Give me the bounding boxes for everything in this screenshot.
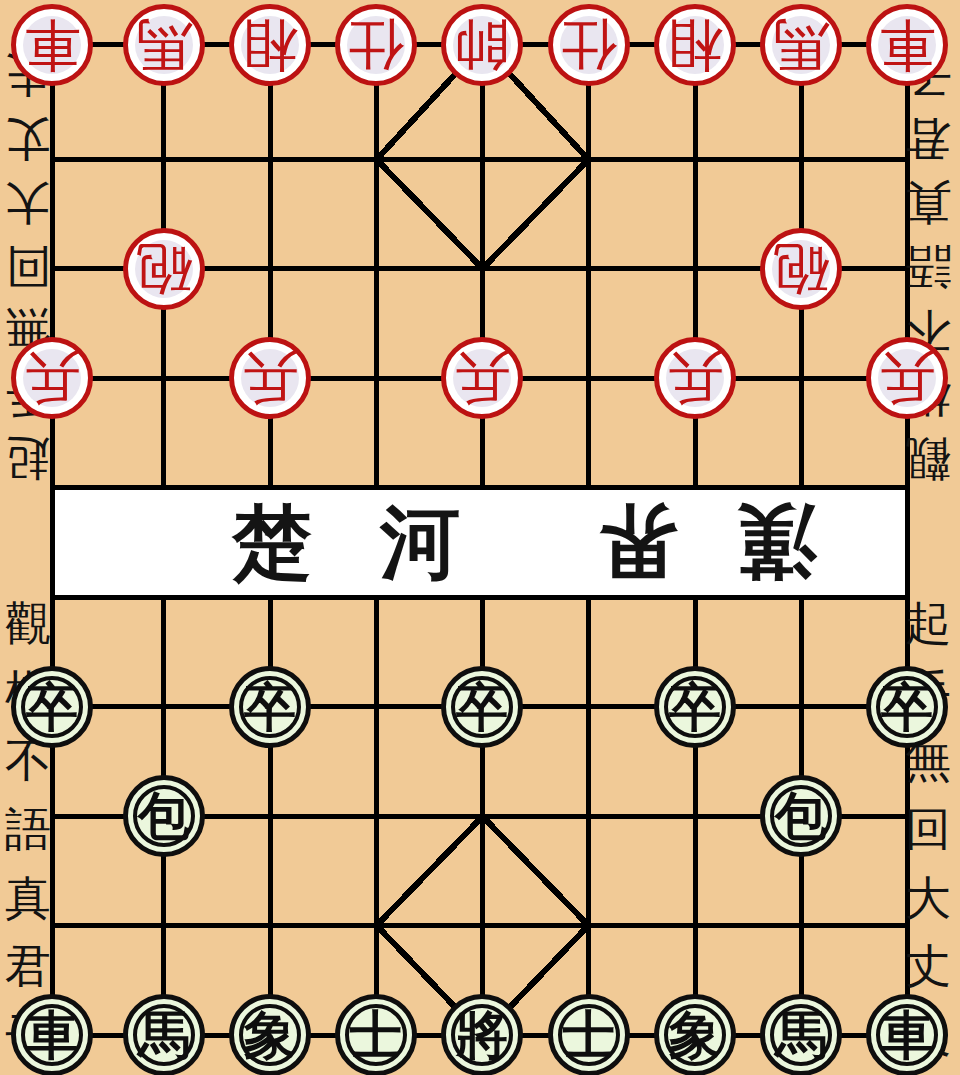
piece-glyph: 卒	[244, 681, 296, 733]
piece-glyph: 帥	[454, 17, 510, 73]
board-cell[interactable]	[268, 814, 374, 924]
piece-glyph: 仕	[348, 17, 404, 73]
board-cell[interactable]	[586, 814, 692, 924]
board-cell[interactable]	[480, 157, 586, 267]
piece-black-soldier[interactable]: 卒	[11, 666, 93, 748]
proverb-character: 真	[905, 180, 951, 226]
piece-glyph: 仕	[561, 17, 617, 73]
board-cell[interactable]	[374, 814, 480, 924]
piece-glyph: 車	[879, 17, 935, 73]
board-cell[interactable]	[268, 485, 374, 595]
board-cell[interactable]	[586, 157, 692, 267]
piece-glyph: 卒	[456, 681, 508, 733]
piece-glyph: 象	[244, 1009, 296, 1061]
piece-red-advisor[interactable]: 仕	[548, 4, 630, 86]
proverb-character: 語	[905, 244, 951, 290]
piece-glyph: 包	[775, 790, 827, 842]
board-cell[interactable]	[480, 814, 586, 924]
proverb-character: 觀	[5, 600, 51, 646]
piece-black-soldier[interactable]: 卒	[654, 666, 736, 748]
piece-red-soldier[interactable]: 兵	[229, 337, 311, 419]
piece-black-horse[interactable]: 馬	[123, 994, 205, 1075]
piece-black-chariot[interactable]: 車	[866, 994, 948, 1075]
piece-red-soldier[interactable]: 兵	[866, 337, 948, 419]
piece-red-general[interactable]: 帥	[441, 4, 523, 86]
piece-black-soldier[interactable]: 卒	[866, 666, 948, 748]
piece-red-cannon[interactable]: 砲	[123, 228, 205, 310]
proverb-character: 語	[5, 806, 51, 852]
board-cell[interactable]	[161, 485, 267, 595]
board-cell[interactable]	[586, 485, 692, 595]
piece-red-horse[interactable]: 馬	[760, 4, 842, 86]
xiangqi-board: 楚河漢界 起手無回大丈夫 觀棋不語真君子 觀棋不語真君子 起手無回大丈夫 車馬相…	[0, 0, 960, 1075]
piece-glyph: 砲	[136, 241, 192, 297]
piece-red-horse[interactable]: 馬	[123, 4, 205, 86]
proverb-character: 觀	[905, 436, 951, 482]
piece-red-advisor[interactable]: 仕	[335, 4, 417, 86]
board-cell[interactable]	[374, 157, 480, 267]
piece-red-chariot[interactable]: 車	[866, 4, 948, 86]
proverb-character: 君	[905, 116, 951, 162]
proverb-character: 起	[5, 436, 51, 482]
piece-glyph: 兵	[242, 350, 298, 406]
piece-black-elephant[interactable]: 象	[229, 994, 311, 1075]
piece-glyph: 車	[26, 1009, 78, 1061]
piece-glyph: 士	[563, 1009, 615, 1061]
piece-glyph: 砲	[773, 241, 829, 297]
piece-black-soldier[interactable]: 卒	[229, 666, 311, 748]
piece-black-elephant[interactable]: 象	[654, 994, 736, 1075]
proverb-character: 回	[905, 806, 951, 852]
piece-glyph: 將	[456, 1009, 508, 1061]
piece-red-cannon[interactable]: 砲	[760, 228, 842, 310]
board-cell[interactable]	[268, 157, 374, 267]
board-grid	[50, 42, 910, 1038]
piece-black-chariot[interactable]: 車	[11, 994, 93, 1075]
piece-glyph: 車	[24, 17, 80, 73]
board-cell[interactable]	[480, 485, 586, 595]
piece-black-horse[interactable]: 馬	[760, 994, 842, 1075]
piece-glyph: 兵	[24, 350, 80, 406]
piece-black-general[interactable]: 將	[441, 994, 523, 1075]
board-cell[interactable]	[799, 485, 905, 595]
piece-glyph: 兵	[879, 350, 935, 406]
piece-glyph: 士	[350, 1009, 402, 1061]
proverb-character: 丈	[5, 116, 51, 162]
board-cell[interactable]	[374, 485, 480, 595]
piece-black-soldier[interactable]: 卒	[441, 666, 523, 748]
piece-glyph: 馬	[775, 1009, 827, 1061]
piece-glyph: 包	[138, 790, 190, 842]
board-cell[interactable]	[55, 485, 161, 595]
piece-glyph: 兵	[667, 350, 723, 406]
piece-glyph: 車	[881, 1009, 933, 1061]
piece-red-soldier[interactable]: 兵	[441, 337, 523, 419]
proverb-character: 大	[5, 180, 51, 226]
piece-glyph: 馬	[773, 17, 829, 73]
piece-black-cannon[interactable]: 包	[123, 775, 205, 857]
proverb-character: 丈	[905, 943, 951, 989]
piece-black-advisor[interactable]: 士	[548, 994, 630, 1075]
piece-black-cannon[interactable]: 包	[760, 775, 842, 857]
piece-glyph: 相	[667, 17, 723, 73]
board-cell[interactable]	[693, 485, 799, 595]
proverb-character: 君	[5, 943, 51, 989]
piece-glyph: 卒	[881, 681, 933, 733]
proverb-character: 大	[905, 875, 951, 921]
piece-red-elephant[interactable]: 相	[229, 4, 311, 86]
piece-black-advisor[interactable]: 士	[335, 994, 417, 1075]
proverb-character: 起	[905, 600, 951, 646]
piece-red-chariot[interactable]: 車	[11, 4, 93, 86]
piece-red-soldier[interactable]: 兵	[11, 337, 93, 419]
piece-red-soldier[interactable]: 兵	[654, 337, 736, 419]
piece-glyph: 卒	[26, 681, 78, 733]
piece-glyph: 馬	[138, 1009, 190, 1061]
piece-glyph: 兵	[454, 350, 510, 406]
piece-glyph: 相	[242, 17, 298, 73]
proverb-character: 真	[5, 875, 51, 921]
piece-glyph: 馬	[136, 17, 192, 73]
piece-glyph: 象	[669, 1009, 721, 1061]
piece-red-elephant[interactable]: 相	[654, 4, 736, 86]
proverb-character: 回	[5, 244, 51, 290]
piece-glyph: 卒	[669, 681, 721, 733]
